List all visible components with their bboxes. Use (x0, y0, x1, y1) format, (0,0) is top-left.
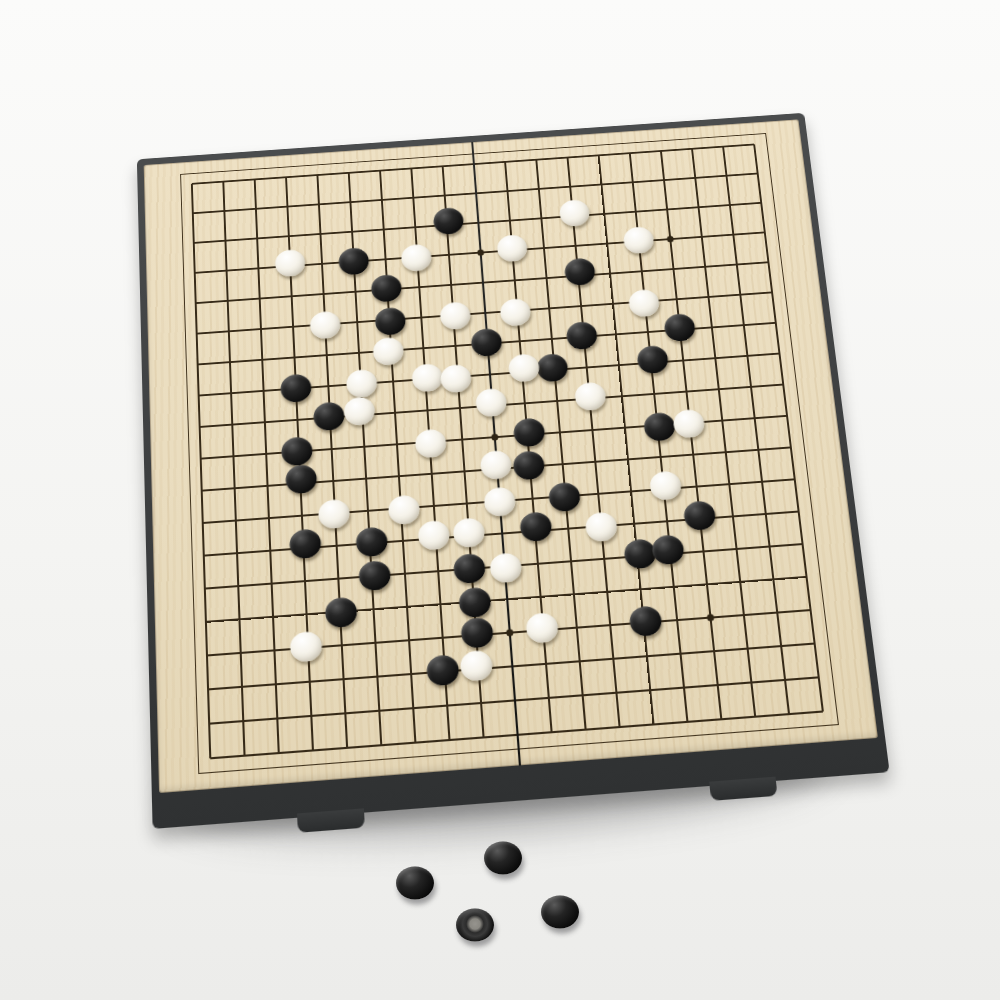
black-stone[interactable] (324, 597, 357, 629)
white-stone[interactable] (483, 487, 516, 518)
black-stone[interactable] (426, 654, 460, 686)
star-point (491, 434, 498, 441)
black-stone[interactable] (663, 313, 696, 342)
loose-black-stone[interactable] (396, 867, 434, 900)
white-stone[interactable] (309, 311, 341, 340)
black-stone[interactable] (536, 353, 569, 382)
black-stone[interactable] (338, 247, 369, 275)
white-stone[interactable] (401, 244, 433, 272)
black-stone[interactable] (513, 417, 546, 447)
black-stone[interactable] (433, 207, 464, 235)
black-stone[interactable] (313, 402, 345, 432)
go-board (137, 113, 890, 829)
black-stone[interactable] (460, 617, 494, 649)
black-stone[interactable] (358, 560, 391, 591)
black-stone[interactable] (548, 482, 581, 513)
white-stone[interactable] (649, 471, 683, 501)
white-stone[interactable] (346, 369, 378, 399)
white-stone[interactable] (417, 520, 450, 551)
black-stone[interactable] (471, 328, 503, 357)
white-stone[interactable] (372, 337, 404, 366)
black-stone[interactable] (683, 500, 717, 531)
white-stone[interactable] (317, 499, 349, 530)
black-stone[interactable] (564, 258, 596, 287)
grid-line-vertical (223, 182, 246, 756)
black-stone[interactable] (628, 605, 662, 637)
white-stone[interactable] (489, 552, 522, 583)
white-stone[interactable] (459, 649, 493, 681)
board-surface (144, 119, 878, 793)
black-stone[interactable] (280, 374, 312, 404)
white-stone[interactable] (414, 428, 447, 458)
black-stone[interactable] (520, 512, 553, 543)
loose-black-stone[interactable] (541, 896, 579, 929)
black-stone[interactable] (371, 274, 403, 303)
black-stone[interactable] (375, 307, 407, 336)
black-stone[interactable] (458, 586, 491, 618)
star-point (707, 614, 715, 622)
white-stone[interactable] (499, 298, 531, 327)
white-stone[interactable] (496, 234, 528, 262)
white-stone[interactable] (559, 200, 591, 228)
white-stone[interactable] (411, 363, 443, 393)
black-stone[interactable] (356, 526, 389, 557)
black-stone[interactable] (636, 345, 669, 374)
white-stone[interactable] (452, 517, 485, 548)
black-stone[interactable] (289, 529, 322, 560)
white-stone[interactable] (622, 227, 654, 255)
black-stone[interactable] (281, 437, 313, 467)
star-point (667, 236, 674, 243)
star-point (477, 249, 484, 256)
white-stone[interactable] (440, 364, 472, 394)
white-stone[interactable] (274, 249, 305, 277)
white-stone[interactable] (290, 631, 323, 663)
white-stone[interactable] (344, 397, 376, 427)
black-stone[interactable] (285, 464, 317, 494)
white-stone[interactable] (475, 388, 508, 418)
black-stone[interactable] (651, 535, 685, 566)
white-stone[interactable] (673, 409, 706, 439)
white-stone[interactable] (439, 301, 471, 330)
white-stone[interactable] (525, 612, 559, 644)
loose-black-stone-flipped[interactable] (456, 909, 494, 942)
black-stone[interactable] (566, 321, 599, 350)
white-stone[interactable] (628, 289, 661, 318)
scene (0, 0, 1000, 1000)
white-stone[interactable] (585, 512, 619, 543)
board-foot-right (709, 777, 777, 801)
white-stone[interactable] (574, 382, 607, 412)
white-stone[interactable] (388, 494, 421, 525)
black-stone[interactable] (453, 553, 486, 584)
loose-black-stone[interactable] (484, 842, 522, 875)
go-grid (192, 144, 823, 758)
star-point (506, 629, 514, 637)
white-stone[interactable] (508, 354, 541, 383)
black-stone[interactable] (643, 412, 676, 442)
black-stone[interactable] (512, 451, 545, 481)
white-stone[interactable] (479, 450, 512, 480)
black-stone[interactable] (623, 538, 657, 569)
